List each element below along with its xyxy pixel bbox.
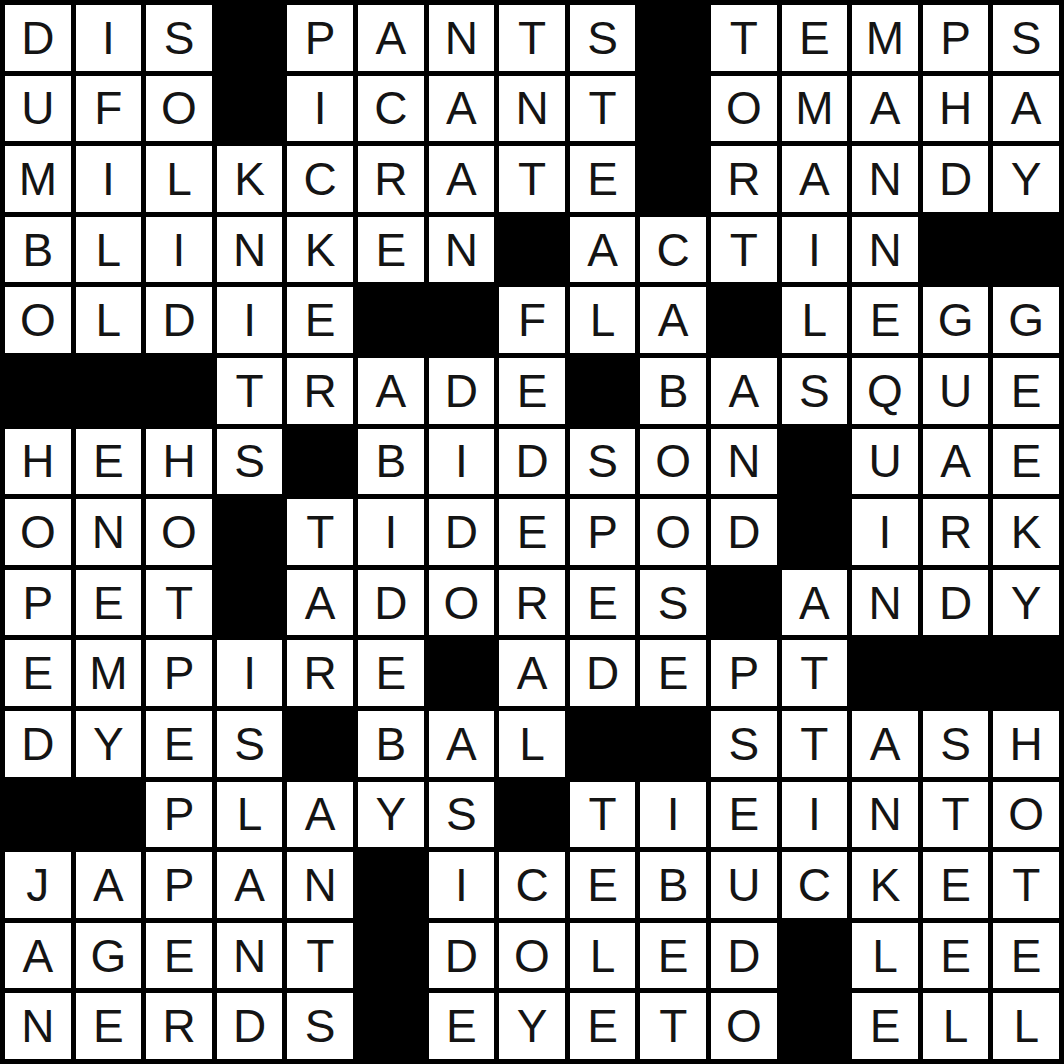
grid-cell[interactable]: T [923, 782, 989, 848]
black-cell [923, 217, 989, 283]
grid-cell[interactable]: T [782, 640, 848, 706]
grid-cell[interactable]: I [782, 782, 848, 848]
grid-cell[interactable]: K [217, 146, 283, 212]
grid-cell[interactable]: E [499, 358, 565, 424]
grid-cell[interactable]: H [5, 429, 71, 495]
grid-cell[interactable]: A [640, 287, 706, 353]
grid-cell[interactable]: R [287, 358, 353, 424]
grid-cell[interactable]: E [429, 993, 495, 1059]
grid-cell[interactable]: D [429, 499, 495, 565]
grid-cell[interactable]: A [287, 570, 353, 636]
grid-cell[interactable]: B [5, 217, 71, 283]
grid-cell[interactable]: D [146, 287, 212, 353]
grid-cell[interactable]: T [711, 5, 777, 71]
grid-cell[interactable]: N [852, 570, 918, 636]
grid-cell[interactable]: S [782, 358, 848, 424]
grid-cell[interactable]: I [429, 852, 495, 918]
grid-cell[interactable]: F [499, 287, 565, 353]
grid-cell[interactable]: Y [499, 993, 565, 1059]
grid-cell[interactable]: L [570, 923, 636, 989]
grid-cell[interactable]: N [499, 76, 565, 142]
grid-cell[interactable]: N [217, 923, 283, 989]
grid-cell[interactable]: E [993, 358, 1059, 424]
grid-cell[interactable]: I [640, 782, 706, 848]
black-cell [217, 499, 283, 565]
grid-cell[interactable]: O [640, 429, 706, 495]
black-cell [287, 429, 353, 495]
grid-cell[interactable]: L [923, 993, 989, 1059]
grid-cell[interactable]: O [146, 76, 212, 142]
grid-cell[interactable]: L [499, 711, 565, 777]
grid-cell[interactable]: I [76, 5, 142, 71]
grid-cell[interactable]: N [5, 993, 71, 1059]
grid-cell[interactable]: A [782, 146, 848, 212]
black-cell [76, 358, 142, 424]
grid-cell[interactable]: K [287, 217, 353, 283]
black-cell [782, 993, 848, 1059]
grid-cell[interactable]: I [358, 499, 424, 565]
grid-cell[interactable]: E [146, 923, 212, 989]
grid-cell[interactable]: C [358, 76, 424, 142]
black-cell [640, 76, 706, 142]
grid-cell[interactable]: H [923, 76, 989, 142]
grid-cell[interactable]: A [358, 358, 424, 424]
black-cell [5, 782, 71, 848]
grid-cell[interactable]: P [146, 782, 212, 848]
grid-cell[interactable]: D [5, 711, 71, 777]
grid-cell[interactable]: M [782, 76, 848, 142]
grid-cell[interactable]: A [217, 852, 283, 918]
black-cell [640, 711, 706, 777]
grid-cell[interactable]: G [923, 287, 989, 353]
grid-cell[interactable]: S [570, 429, 636, 495]
grid-cell[interactable]: O [499, 923, 565, 989]
grid-cell[interactable]: A [711, 358, 777, 424]
grid-cell[interactable]: E [287, 287, 353, 353]
grid-cell[interactable]: C [499, 852, 565, 918]
grid-cell[interactable]: L [782, 287, 848, 353]
grid-cell[interactable]: I [76, 146, 142, 212]
grid-cell[interactable]: N [217, 217, 283, 283]
black-cell [358, 923, 424, 989]
grid-cell[interactable]: R [711, 146, 777, 212]
black-cell [923, 640, 989, 706]
black-cell [852, 640, 918, 706]
grid-cell[interactable]: Q [852, 358, 918, 424]
black-cell [499, 782, 565, 848]
black-cell [358, 993, 424, 1059]
grid-cell[interactable]: D [923, 146, 989, 212]
grid-cell[interactable]: C [782, 852, 848, 918]
black-cell [782, 429, 848, 495]
grid-cell[interactable]: M [5, 146, 71, 212]
grid-cell[interactable]: E [993, 923, 1059, 989]
grid-cell[interactable]: D [499, 429, 565, 495]
grid-cell[interactable]: G [76, 923, 142, 989]
grid-cell[interactable]: U [852, 429, 918, 495]
grid-cell[interactable]: A [429, 76, 495, 142]
grid-cell[interactable]: O [5, 499, 71, 565]
grid-cell[interactable]: E [640, 923, 706, 989]
grid-cell[interactable]: K [993, 499, 1059, 565]
grid-cell[interactable]: S [993, 5, 1059, 71]
black-cell [76, 782, 142, 848]
grid-cell[interactable]: E [923, 852, 989, 918]
grid-cell[interactable]: E [782, 5, 848, 71]
black-cell [217, 76, 283, 142]
grid-cell[interactable]: A [782, 570, 848, 636]
grid-cell[interactable]: O [429, 570, 495, 636]
black-cell [640, 5, 706, 71]
grid-cell[interactable]: N [429, 5, 495, 71]
grid-cell[interactable]: S [146, 5, 212, 71]
grid-cell[interactable]: E [852, 993, 918, 1059]
grid-cell[interactable]: H [993, 711, 1059, 777]
grid-cell[interactable]: N [852, 217, 918, 283]
grid-cell[interactable]: I [852, 499, 918, 565]
grid-cell[interactable]: E [76, 993, 142, 1059]
grid-cell[interactable]: T [570, 782, 636, 848]
grid-cell[interactable]: T [146, 570, 212, 636]
grid-cell[interactable]: E [570, 852, 636, 918]
grid-cell[interactable]: D [5, 5, 71, 71]
crossword-board: DISPANTSTEMPSUFOICANTOMAHAMILKCRATERANDY… [0, 0, 1064, 1064]
grid-cell[interactable]: A [852, 711, 918, 777]
black-cell [499, 217, 565, 283]
black-cell [146, 358, 212, 424]
grid-cell[interactable]: R [146, 993, 212, 1059]
grid-cell[interactable]: G [993, 287, 1059, 353]
black-cell [640, 146, 706, 212]
grid-cell[interactable]: T [287, 499, 353, 565]
grid-cell[interactable]: T [640, 993, 706, 1059]
grid-cell[interactable]: B [640, 852, 706, 918]
grid-cell[interactable]: N [852, 782, 918, 848]
grid-cell[interactable]: S [640, 570, 706, 636]
grid-cell[interactable]: D [429, 923, 495, 989]
grid-cell[interactable]: E [358, 217, 424, 283]
grid-cell[interactable]: A [358, 5, 424, 71]
black-cell [570, 711, 636, 777]
grid-cell[interactable]: B [358, 711, 424, 777]
grid-cell[interactable]: A [287, 782, 353, 848]
grid-cell[interactable]: A [499, 640, 565, 706]
grid-cell[interactable]: Y [76, 711, 142, 777]
black-cell [429, 640, 495, 706]
black-cell [217, 5, 283, 71]
grid-cell[interactable]: M [76, 640, 142, 706]
grid-cell[interactable]: A [429, 711, 495, 777]
black-cell [782, 923, 848, 989]
grid-cell[interactable]: R [923, 499, 989, 565]
black-cell [570, 358, 636, 424]
grid-cell[interactable]: J [5, 852, 71, 918]
black-cell [782, 499, 848, 565]
grid-cell[interactable]: F [76, 76, 142, 142]
grid-cell[interactable]: O [711, 993, 777, 1059]
grid-cell[interactable]: S [217, 429, 283, 495]
grid-cell[interactable]: R [287, 640, 353, 706]
grid-cell[interactable]: N [852, 146, 918, 212]
grid-cell[interactable]: O [640, 499, 706, 565]
grid-cell[interactable]: H [146, 429, 212, 495]
grid-cell[interactable]: E [358, 640, 424, 706]
grid-cell[interactable]: T [993, 852, 1059, 918]
grid-cell[interactable]: P [287, 5, 353, 71]
grid-cell[interactable]: A [570, 217, 636, 283]
grid-cell[interactable]: E [993, 429, 1059, 495]
grid-cell[interactable]: R [358, 146, 424, 212]
grid-cell[interactable]: N [76, 499, 142, 565]
grid-cell[interactable]: A [76, 852, 142, 918]
grid-cell[interactable]: E [499, 499, 565, 565]
grid-cell[interactable]: I [429, 429, 495, 495]
grid-cell[interactable]: S [570, 5, 636, 71]
grid-cell[interactable]: N [711, 429, 777, 495]
grid-cell[interactable]: P [146, 852, 212, 918]
grid-cell[interactable]: I [146, 217, 212, 283]
grid-cell[interactable]: L [217, 782, 283, 848]
grid-cell[interactable]: S [287, 993, 353, 1059]
grid-cell[interactable]: E [711, 782, 777, 848]
grid-cell[interactable]: T [287, 923, 353, 989]
grid-cell[interactable]: S [711, 711, 777, 777]
grid-cell[interactable]: U [923, 358, 989, 424]
grid-cell[interactable]: Y [358, 782, 424, 848]
grid-cell[interactable]: E [76, 429, 142, 495]
black-cell [993, 640, 1059, 706]
black-cell [217, 570, 283, 636]
grid-cell[interactable]: E [570, 993, 636, 1059]
grid-cell[interactable]: E [570, 570, 636, 636]
grid-cell[interactable]: I [217, 287, 283, 353]
grid-cell[interactable]: D [429, 358, 495, 424]
black-cell [993, 217, 1059, 283]
grid-cell[interactable]: T [711, 217, 777, 283]
grid-cell[interactable]: A [923, 429, 989, 495]
grid-cell[interactable]: D [711, 923, 777, 989]
grid-cell[interactable]: L [852, 923, 918, 989]
grid-cell[interactable]: N [287, 852, 353, 918]
grid-cell[interactable]: L [570, 287, 636, 353]
grid-cell[interactable]: U [711, 852, 777, 918]
grid-cell[interactable]: B [640, 358, 706, 424]
grid-cell[interactable]: Y [993, 146, 1059, 212]
grid-cell[interactable]: A [852, 76, 918, 142]
grid-cell[interactable]: P [923, 5, 989, 71]
grid-cell[interactable]: S [429, 782, 495, 848]
grid-cell[interactable]: O [146, 499, 212, 565]
grid-cell[interactable]: A [429, 146, 495, 212]
grid-cell[interactable]: S [217, 711, 283, 777]
grid-cell[interactable]: M [852, 5, 918, 71]
grid-cell[interactable]: D [923, 570, 989, 636]
grid-cell[interactable]: E [640, 640, 706, 706]
grid-cell[interactable]: E [5, 640, 71, 706]
grid-cell[interactable]: U [5, 76, 71, 142]
grid-cell[interactable]: L [146, 146, 212, 212]
grid-cell[interactable]: C [640, 217, 706, 283]
grid-cell[interactable]: T [570, 76, 636, 142]
grid-cell[interactable]: P [5, 570, 71, 636]
grid-cell[interactable]: P [570, 499, 636, 565]
black-cell [711, 570, 777, 636]
black-cell [5, 358, 71, 424]
grid-cell[interactable]: O [5, 287, 71, 353]
grid-cell[interactable]: A [993, 76, 1059, 142]
black-cell [287, 711, 353, 777]
grid-cell[interactable]: E [76, 570, 142, 636]
grid-cell[interactable]: I [217, 640, 283, 706]
grid-cell[interactable]: I [782, 217, 848, 283]
grid-cell[interactable]: O [711, 76, 777, 142]
grid-cell[interactable]: B [358, 429, 424, 495]
grid-cell[interactable]: K [852, 852, 918, 918]
grid-cell[interactable]: R [499, 570, 565, 636]
grid-cell[interactable]: E [852, 287, 918, 353]
grid-cell[interactable]: D [711, 499, 777, 565]
grid-cell[interactable]: I [287, 76, 353, 142]
black-cell [358, 852, 424, 918]
grid-cell[interactable]: E [146, 711, 212, 777]
black-cell [711, 287, 777, 353]
grid-cell[interactable]: N [429, 217, 495, 283]
grid-cell[interactable]: D [570, 640, 636, 706]
black-cell [358, 287, 424, 353]
grid-cell[interactable]: P [146, 640, 212, 706]
grid-cell[interactable]: T [782, 711, 848, 777]
grid-cell[interactable]: S [923, 711, 989, 777]
grid-cell[interactable]: L [76, 287, 142, 353]
grid-cell[interactable]: D [358, 570, 424, 636]
grid-cell[interactable]: O [993, 782, 1059, 848]
grid-cell[interactable]: Y [993, 570, 1059, 636]
grid-cell[interactable]: E [570, 146, 636, 212]
grid-cell[interactable]: C [287, 146, 353, 212]
grid-cell[interactable]: D [217, 993, 283, 1059]
grid-cell[interactable]: L [76, 217, 142, 283]
grid-cell[interactable]: L [993, 993, 1059, 1059]
grid-cell[interactable]: T [217, 358, 283, 424]
black-cell [429, 287, 495, 353]
grid-cell[interactable]: T [499, 146, 565, 212]
grid-cell[interactable]: T [499, 5, 565, 71]
grid-cell[interactable]: E [923, 923, 989, 989]
grid-cell[interactable]: A [5, 923, 71, 989]
grid-cell[interactable]: P [711, 640, 777, 706]
